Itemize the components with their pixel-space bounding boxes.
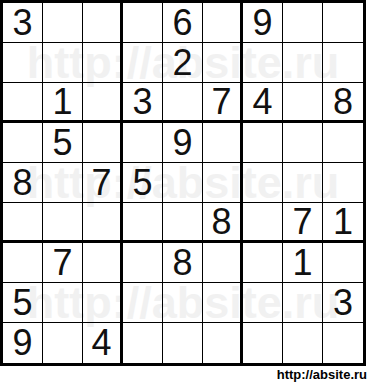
sudoku-grid: 369213748598758717815394 <box>3 3 363 363</box>
cell-r9c7[interactable] <box>243 323 283 363</box>
cell-r8c5[interactable] <box>163 283 203 323</box>
cell-r7c9[interactable] <box>323 243 363 283</box>
cell-r4c3[interactable] <box>83 123 123 163</box>
cell-r9c3[interactable]: 4 <box>83 323 123 363</box>
cell-r9c2[interactable] <box>43 323 83 363</box>
cell-r8c6[interactable] <box>203 283 243 323</box>
cell-r2c7[interactable] <box>243 43 283 83</box>
cell-r2c9[interactable] <box>323 43 363 83</box>
cell-r7c5[interactable]: 8 <box>163 243 203 283</box>
cell-r6c7[interactable] <box>243 203 283 243</box>
cell-r1c4[interactable] <box>123 3 163 43</box>
cell-r8c9[interactable]: 3 <box>323 283 363 323</box>
cell-r3c7[interactable]: 4 <box>243 83 283 123</box>
cell-r7c3[interactable] <box>83 243 123 283</box>
cell-r2c1[interactable] <box>3 43 43 83</box>
cell-r2c5[interactable]: 2 <box>163 43 203 83</box>
cell-r6c4[interactable] <box>123 203 163 243</box>
cell-r7c1[interactable] <box>3 243 43 283</box>
site-url: http://absite.ru <box>277 367 367 382</box>
cell-r5c3[interactable]: 7 <box>83 163 123 203</box>
cell-r1c1[interactable]: 3 <box>3 3 43 43</box>
sudoku-page: http://absite.ru http://absite.ru http:/… <box>0 0 369 384</box>
cell-r2c6[interactable] <box>203 43 243 83</box>
cell-r1c2[interactable] <box>43 3 83 43</box>
cell-r4c2[interactable]: 5 <box>43 123 83 163</box>
cell-r8c4[interactable] <box>123 283 163 323</box>
cell-r2c2[interactable] <box>43 43 83 83</box>
cell-r9c5[interactable] <box>163 323 203 363</box>
cell-r2c3[interactable] <box>83 43 123 83</box>
cell-r5c5[interactable] <box>163 163 203 203</box>
cell-r3c5[interactable] <box>163 83 203 123</box>
cell-r1c7[interactable]: 9 <box>243 3 283 43</box>
cell-r5c9[interactable] <box>323 163 363 203</box>
cell-r3c2[interactable]: 1 <box>43 83 83 123</box>
cell-r2c8[interactable] <box>283 43 323 83</box>
cell-r4c6[interactable] <box>203 123 243 163</box>
cell-r1c6[interactable] <box>203 3 243 43</box>
cell-r2c4[interactable] <box>123 43 163 83</box>
cell-r5c6[interactable] <box>203 163 243 203</box>
cell-r7c8[interactable]: 1 <box>283 243 323 283</box>
cell-r9c1[interactable]: 9 <box>3 323 43 363</box>
cell-r8c1[interactable]: 5 <box>3 283 43 323</box>
cell-r8c3[interactable] <box>83 283 123 323</box>
cell-r4c4[interactable] <box>123 123 163 163</box>
cell-r6c9[interactable]: 1 <box>323 203 363 243</box>
cell-r7c2[interactable]: 7 <box>43 243 83 283</box>
cell-r8c2[interactable] <box>43 283 83 323</box>
cell-r4c8[interactable] <box>283 123 323 163</box>
cell-r3c4[interactable]: 3 <box>123 83 163 123</box>
cell-r8c7[interactable] <box>243 283 283 323</box>
cell-r6c2[interactable] <box>43 203 83 243</box>
cell-r1c9[interactable] <box>323 3 363 43</box>
cell-r9c9[interactable] <box>323 323 363 363</box>
cell-r6c8[interactable]: 7 <box>283 203 323 243</box>
cell-r7c4[interactable] <box>123 243 163 283</box>
cell-r3c3[interactable] <box>83 83 123 123</box>
cell-r9c8[interactable] <box>283 323 323 363</box>
cell-r3c1[interactable] <box>3 83 43 123</box>
cell-r6c1[interactable] <box>3 203 43 243</box>
cell-r8c8[interactable] <box>283 283 323 323</box>
sudoku-board: http://absite.ru http://absite.ru http:/… <box>0 0 366 366</box>
cell-r3c6[interactable]: 7 <box>203 83 243 123</box>
cell-r6c6[interactable]: 8 <box>203 203 243 243</box>
cell-r1c8[interactable] <box>283 3 323 43</box>
cell-r5c8[interactable] <box>283 163 323 203</box>
cell-r7c7[interactable] <box>243 243 283 283</box>
cell-r4c7[interactable] <box>243 123 283 163</box>
cell-r5c4[interactable]: 5 <box>123 163 163 203</box>
cell-r9c4[interactable] <box>123 323 163 363</box>
cell-r5c7[interactable] <box>243 163 283 203</box>
cell-r5c2[interactable] <box>43 163 83 203</box>
cell-r3c8[interactable] <box>283 83 323 123</box>
cell-r4c9[interactable] <box>323 123 363 163</box>
cell-r4c5[interactable]: 9 <box>163 123 203 163</box>
cell-r9c6[interactable] <box>203 323 243 363</box>
cell-r4c1[interactable] <box>3 123 43 163</box>
cell-r1c3[interactable] <box>83 3 123 43</box>
cell-r1c5[interactable]: 6 <box>163 3 203 43</box>
cell-r7c6[interactable] <box>203 243 243 283</box>
cell-r3c9[interactable]: 8 <box>323 83 363 123</box>
cell-r6c5[interactable] <box>163 203 203 243</box>
cell-r6c3[interactable] <box>83 203 123 243</box>
cell-r5c1[interactable]: 8 <box>3 163 43 203</box>
